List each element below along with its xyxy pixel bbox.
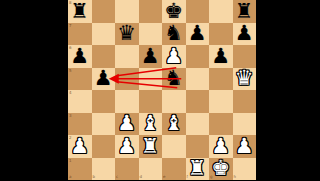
square-a7[interactable]: 7 bbox=[68, 23, 92, 46]
square-f7[interactable]: ♟ bbox=[186, 23, 210, 46]
square-b8[interactable] bbox=[92, 0, 116, 23]
black-pawn[interactable]: ♟ bbox=[141, 45, 160, 66]
square-e1[interactable]: e bbox=[162, 158, 186, 181]
square-b1[interactable]: b bbox=[92, 158, 116, 181]
square-h5[interactable]: ♛ bbox=[233, 68, 257, 91]
square-e3[interactable]: ♝ bbox=[162, 113, 186, 136]
square-e4[interactable] bbox=[162, 90, 186, 113]
white-pawn[interactable]: ♟ bbox=[211, 135, 230, 156]
square-g6[interactable]: ♟ bbox=[209, 45, 233, 68]
square-c2[interactable]: ♟ bbox=[115, 135, 139, 158]
white-pawn[interactable]: ♟ bbox=[117, 135, 136, 156]
white-pawn[interactable]: ♟ bbox=[235, 135, 254, 156]
square-e7[interactable]: ♞ bbox=[162, 23, 186, 46]
square-h3[interactable] bbox=[233, 113, 257, 136]
file-label-d: d bbox=[140, 175, 143, 179]
square-f1[interactable]: f♜ bbox=[186, 158, 210, 181]
square-h4[interactable] bbox=[233, 90, 257, 113]
file-label-a: a bbox=[69, 175, 71, 179]
square-g5[interactable] bbox=[209, 68, 233, 91]
black-rook[interactable]: ♜ bbox=[235, 0, 254, 21]
black-pawn[interactable]: ♟ bbox=[94, 68, 113, 89]
white-rook[interactable]: ♜ bbox=[188, 158, 207, 179]
file-label-c: c bbox=[116, 175, 118, 179]
square-d6[interactable]: ♟ bbox=[139, 45, 163, 68]
file-label-h: h bbox=[234, 175, 237, 179]
file-label-b: b bbox=[93, 175, 96, 179]
black-queen[interactable]: ♛ bbox=[117, 23, 136, 44]
square-h6[interactable] bbox=[233, 45, 257, 68]
square-e6[interactable]: ♟ bbox=[162, 45, 186, 68]
white-pawn[interactable]: ♟ bbox=[164, 45, 183, 66]
square-g3[interactable] bbox=[209, 113, 233, 136]
square-f5[interactable] bbox=[186, 68, 210, 91]
square-d3[interactable]: ♝ bbox=[139, 113, 163, 136]
square-c3[interactable]: ♟ bbox=[115, 113, 139, 136]
black-pawn[interactable]: ♟ bbox=[211, 45, 230, 66]
chess-board: 8♜♚♜7♛♞♟♟6♟♟♟♟5♟♞♛43♟♝♝2♟♟♜♟♟1abcdef♜g♚h bbox=[68, 0, 256, 180]
black-rook[interactable]: ♜ bbox=[70, 0, 89, 21]
white-king[interactable]: ♚ bbox=[211, 158, 230, 179]
square-c6[interactable] bbox=[115, 45, 139, 68]
square-d1[interactable]: d bbox=[139, 158, 163, 181]
square-a8[interactable]: 8♜ bbox=[68, 0, 92, 23]
file-label-e: e bbox=[163, 175, 165, 179]
square-c8[interactable] bbox=[115, 0, 139, 23]
square-b2[interactable] bbox=[92, 135, 116, 158]
rank-label-1: 1 bbox=[69, 159, 72, 163]
square-b3[interactable] bbox=[92, 113, 116, 136]
square-b5[interactable]: ♟ bbox=[92, 68, 116, 91]
square-c7[interactable]: ♛ bbox=[115, 23, 139, 46]
square-b4[interactable] bbox=[92, 90, 116, 113]
white-bishop[interactable]: ♝ bbox=[141, 113, 160, 134]
square-f2[interactable] bbox=[186, 135, 210, 158]
square-a1[interactable]: 1a bbox=[68, 158, 92, 181]
rank-label-4: 4 bbox=[69, 91, 72, 95]
square-c4[interactable] bbox=[115, 90, 139, 113]
black-knight[interactable]: ♞ bbox=[164, 23, 183, 44]
square-g4[interactable] bbox=[209, 90, 233, 113]
square-d4[interactable] bbox=[139, 90, 163, 113]
square-d8[interactable] bbox=[139, 0, 163, 23]
white-pawn[interactable]: ♟ bbox=[117, 113, 136, 134]
black-knight[interactable]: ♞ bbox=[164, 68, 183, 89]
square-a6[interactable]: 6♟ bbox=[68, 45, 92, 68]
square-h8[interactable]: ♜ bbox=[233, 0, 257, 23]
square-d2[interactable]: ♜ bbox=[139, 135, 163, 158]
square-g2[interactable]: ♟ bbox=[209, 135, 233, 158]
square-h2[interactable]: ♟ bbox=[233, 135, 257, 158]
white-queen[interactable]: ♛ bbox=[235, 68, 254, 89]
rank-label-3: 3 bbox=[69, 114, 72, 118]
square-g7[interactable] bbox=[209, 23, 233, 46]
square-a2[interactable]: 2♟ bbox=[68, 135, 92, 158]
rank-label-7: 7 bbox=[69, 24, 72, 28]
white-rook[interactable]: ♜ bbox=[141, 135, 160, 156]
square-h1[interactable]: h bbox=[233, 158, 257, 181]
letterbox-background: 8♜♚♜7♛♞♟♟6♟♟♟♟5♟♞♛43♟♝♝2♟♟♜♟♟1abcdef♜g♚h bbox=[0, 0, 320, 180]
white-pawn[interactable]: ♟ bbox=[70, 135, 89, 156]
square-b6[interactable] bbox=[92, 45, 116, 68]
white-bishop[interactable]: ♝ bbox=[164, 113, 183, 134]
square-d7[interactable] bbox=[139, 23, 163, 46]
black-king[interactable]: ♚ bbox=[164, 0, 183, 21]
square-f6[interactable] bbox=[186, 45, 210, 68]
square-d5[interactable] bbox=[139, 68, 163, 91]
square-f3[interactable] bbox=[186, 113, 210, 136]
square-g1[interactable]: g♚ bbox=[209, 158, 233, 181]
black-pawn[interactable]: ♟ bbox=[235, 23, 254, 44]
square-e2[interactable] bbox=[162, 135, 186, 158]
black-pawn[interactable]: ♟ bbox=[188, 23, 207, 44]
square-b7[interactable] bbox=[92, 23, 116, 46]
black-pawn[interactable]: ♟ bbox=[70, 45, 89, 66]
square-h7[interactable]: ♟ bbox=[233, 23, 257, 46]
square-e5[interactable]: ♞ bbox=[162, 68, 186, 91]
square-a3[interactable]: 3 bbox=[68, 113, 92, 136]
square-f8[interactable] bbox=[186, 0, 210, 23]
rank-label-5: 5 bbox=[69, 69, 72, 73]
square-f4[interactable] bbox=[186, 90, 210, 113]
square-a4[interactable]: 4 bbox=[68, 90, 92, 113]
square-g8[interactable] bbox=[209, 0, 233, 23]
square-c5[interactable] bbox=[115, 68, 139, 91]
square-c1[interactable]: c bbox=[115, 158, 139, 181]
square-a5[interactable]: 5 bbox=[68, 68, 92, 91]
square-e8[interactable]: ♚ bbox=[162, 0, 186, 23]
